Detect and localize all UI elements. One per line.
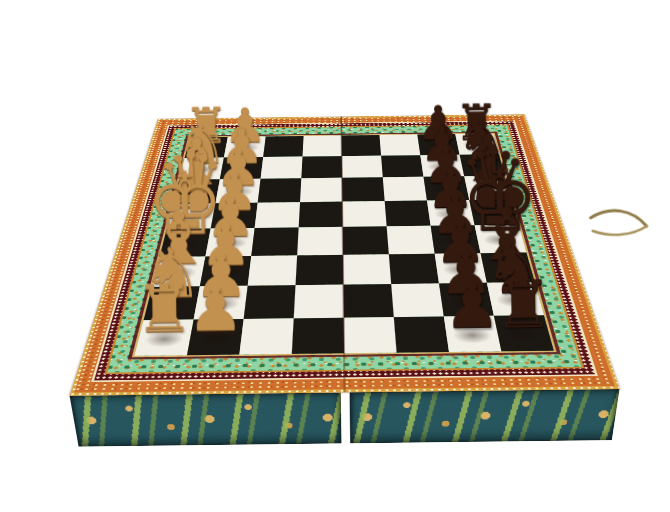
- box-front-face: [70, 389, 620, 447]
- chess-box-scene: ♜♟♟♜♞♟♟♞♝♟♟♝♛♟♟♛♚♟♟♚♝♟♟♝♞♟♟♞♜♟♟♜: [120, 0, 566, 487]
- square-b2: ♟: [220, 157, 263, 179]
- piece-shadow: [461, 140, 493, 150]
- square-b5: [342, 155, 383, 177]
- black-pawn-glyph: ♟: [419, 121, 464, 167]
- black-pawn-glyph: ♟: [416, 101, 459, 145]
- camera-tilt-wrapper: ♜♟♟♜♞♟♟♞♝♟♟♝♛♟♟♛♚♟♟♚♝♟♟♝♞♟♟♞♜♟♟♜: [0, 0, 670, 512]
- square-a3: [263, 136, 303, 157]
- white-rook: ♜: [175, 102, 237, 148]
- black-rook-glyph: ♜: [454, 99, 499, 145]
- black-pawn-glyph: ♟: [443, 277, 500, 336]
- white-pawn-glyph: ♟: [223, 104, 266, 148]
- square-b6: [381, 155, 423, 177]
- square-b4: [301, 156, 342, 178]
- square-h2: ♟: [187, 319, 244, 356]
- front-face-right-half: [349, 389, 620, 443]
- product-photo: ♜♟♟♜♞♟♟♞♝♟♟♝♛♟♟♛♚♟♟♚♝♟♟♝♞♟♟♞♜♟♟♜: [0, 0, 670, 512]
- square-h4: [292, 317, 344, 354]
- square-b7: ♟: [420, 154, 464, 176]
- white-pawn: ♟: [174, 280, 257, 339]
- white-pawn-glyph: ♟: [187, 280, 244, 339]
- piece-shadow: [226, 164, 258, 175]
- square-d4: [299, 201, 343, 227]
- square-c4: [300, 178, 342, 202]
- square-c5: [342, 177, 385, 201]
- square-b3: [261, 156, 303, 178]
- square-g5: [343, 284, 393, 317]
- box-top-surface: ♜♟♟♜♞♟♟♞♝♟♟♝♛♟♟♛♚♟♟♚♝♟♟♝♞♟♟♞♜♟♟♜: [70, 114, 620, 395]
- square-f4: [296, 255, 344, 286]
- square-a7: ♟: [417, 134, 459, 155]
- white-pawn-glyph: ♟: [219, 123, 264, 169]
- piece-shadow: [426, 161, 458, 171]
- square-f5: [343, 254, 391, 285]
- square-a5: [342, 135, 382, 156]
- square-a2: ♟: [224, 136, 266, 157]
- front-face-left-half: [70, 392, 341, 446]
- square-g4: [294, 285, 344, 318]
- black-pawn: ♟: [407, 101, 469, 145]
- square-a4: [303, 135, 342, 156]
- black-rook: ♜: [445, 99, 507, 145]
- square-h5: [344, 317, 397, 354]
- brass-latch-icon: [584, 199, 655, 256]
- square-h7: ♟: [444, 316, 502, 352]
- square-d5: [342, 201, 386, 227]
- piece-shadow: [191, 143, 222, 153]
- piece-shadow: [423, 141, 454, 151]
- white-pawn: ♟: [214, 104, 276, 148]
- black-pawn: ♟: [430, 276, 513, 335]
- piece-shadow: [229, 143, 260, 153]
- white-rook-glyph: ♜: [184, 102, 229, 148]
- square-a6: [379, 135, 420, 156]
